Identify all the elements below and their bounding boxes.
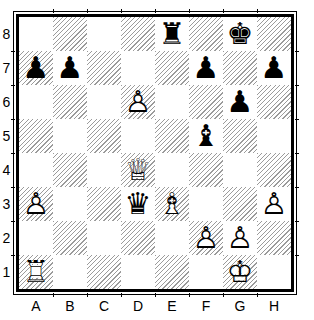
square-h5[interactable] — [257, 119, 291, 153]
white-pawn-icon: ♙ — [121, 85, 155, 119]
black-pawn-icon: ♟ — [19, 51, 53, 85]
white-pawn-icon: ♙ — [189, 221, 223, 255]
piece-black-pawn[interactable]: ♟ — [189, 51, 223, 85]
border-tick-mark — [87, 9, 88, 13]
black-pawn-icon: ♟ — [53, 51, 87, 85]
square-a4[interactable] — [19, 153, 53, 187]
square-g2[interactable]: ♟♙ — [223, 221, 257, 255]
square-a3[interactable]: ♟♙ — [19, 187, 53, 221]
piece-white-pawn[interactable]: ♟♙ — [19, 187, 53, 221]
square-f6[interactable] — [189, 85, 223, 119]
square-f3[interactable] — [189, 187, 223, 221]
square-c3[interactable] — [87, 187, 121, 221]
square-b1[interactable] — [53, 255, 87, 289]
square-g3[interactable] — [223, 187, 257, 221]
white-bishop-icon: ♗ — [155, 187, 189, 221]
square-h7[interactable]: ♟ — [257, 51, 291, 85]
square-a8[interactable] — [19, 17, 53, 51]
square-g7[interactable] — [223, 51, 257, 85]
piece-white-pawn[interactable]: ♟♙ — [121, 85, 155, 119]
white-queen-icon: ♕ — [121, 153, 155, 187]
square-c1[interactable] — [87, 255, 121, 289]
square-c2[interactable] — [87, 221, 121, 255]
piece-white-pawn[interactable]: ♟♙ — [257, 187, 291, 221]
square-b2[interactable] — [53, 221, 87, 255]
square-e6[interactable] — [155, 85, 189, 119]
square-e8[interactable]: ♜ — [155, 17, 189, 51]
square-a6[interactable] — [19, 85, 53, 119]
border-tick-mark — [295, 51, 299, 52]
square-f7[interactable]: ♟ — [189, 51, 223, 85]
square-b4[interactable] — [53, 153, 87, 187]
border-tick-mark — [189, 9, 190, 13]
border-tick-mark — [53, 293, 54, 297]
piece-white-queen[interactable]: ♛♕ — [121, 153, 155, 187]
black-queen-icon: ♛ — [121, 187, 155, 221]
square-c7[interactable] — [87, 51, 121, 85]
piece-black-pawn[interactable]: ♟ — [19, 51, 53, 85]
piece-white-bishop[interactable]: ♝♗ — [155, 187, 189, 221]
square-b7[interactable]: ♟ — [53, 51, 87, 85]
square-b3[interactable] — [53, 187, 87, 221]
square-h1[interactable] — [257, 255, 291, 289]
square-b5[interactable] — [53, 119, 87, 153]
border-tick-mark — [155, 9, 156, 13]
border-tick-mark — [295, 255, 299, 256]
white-pawn-icon: ♙ — [257, 187, 291, 221]
square-b6[interactable] — [53, 85, 87, 119]
chess-board: ♜♚♟♟♟♟♟♙♟♝♛♕♟♙♛♝♗♟♙♟♙♟♙♜♖♚♔ — [19, 17, 291, 289]
square-h6[interactable] — [257, 85, 291, 119]
piece-black-bishop[interactable]: ♝ — [189, 119, 223, 153]
piece-black-rook[interactable]: ♜ — [155, 17, 189, 51]
file-label-g: G — [223, 298, 257, 314]
square-g8[interactable]: ♚ — [223, 17, 257, 51]
square-f2[interactable]: ♟♙ — [189, 221, 223, 255]
square-g6[interactable]: ♟ — [223, 85, 257, 119]
square-d8[interactable] — [121, 17, 155, 51]
file-label-d: D — [121, 298, 155, 314]
square-e7[interactable] — [155, 51, 189, 85]
rank-label-7: 7 — [0, 51, 13, 85]
white-pawn-icon: ♙ — [19, 187, 53, 221]
border-tick-mark — [223, 9, 224, 13]
border-tick-mark — [155, 293, 156, 297]
border-tick-mark — [295, 153, 299, 154]
square-g4[interactable] — [223, 153, 257, 187]
square-d6[interactable]: ♟♙ — [121, 85, 155, 119]
border-tick-mark — [295, 187, 299, 188]
square-g1[interactable]: ♚♔ — [223, 255, 257, 289]
square-f4[interactable] — [189, 153, 223, 187]
file-label-e: E — [155, 298, 189, 314]
file-label-b: B — [53, 298, 87, 314]
black-pawn-icon: ♟ — [189, 51, 223, 85]
border-tick-mark — [295, 119, 299, 120]
square-f1[interactable] — [189, 255, 223, 289]
square-c8[interactable] — [87, 17, 121, 51]
piece-white-pawn[interactable]: ♟♙ — [223, 221, 257, 255]
border-tick-mark — [87, 293, 88, 297]
square-a1[interactable]: ♜♖ — [19, 255, 53, 289]
black-rook-icon: ♜ — [155, 17, 189, 51]
square-e5[interactable] — [155, 119, 189, 153]
piece-black-pawn[interactable]: ♟ — [223, 85, 257, 119]
square-f5[interactable]: ♝ — [189, 119, 223, 153]
piece-black-queen[interactable]: ♛ — [121, 187, 155, 221]
board-inner-frame: ♜♚♟♟♟♟♟♙♟♝♛♕♟♙♛♝♗♟♙♟♙♟♙♜♖♚♔ — [16, 14, 294, 292]
square-h8[interactable] — [257, 17, 291, 51]
piece-black-pawn[interactable]: ♟ — [257, 51, 291, 85]
piece-black-pawn[interactable]: ♟ — [53, 51, 87, 85]
black-pawn-icon: ♟ — [257, 51, 291, 85]
border-tick-mark — [53, 9, 54, 13]
piece-white-pawn[interactable]: ♟♙ — [189, 221, 223, 255]
border-tick-mark — [257, 9, 258, 13]
rank-label-4: 4 — [0, 153, 13, 187]
chess-diagram-page: { "game": "chess", "position": { "fen": … — [0, 0, 314, 320]
square-h4[interactable] — [257, 153, 291, 187]
square-a2[interactable] — [19, 221, 53, 255]
white-pawn-icon: ♙ — [223, 221, 257, 255]
border-tick-mark — [121, 293, 122, 297]
square-c6[interactable] — [87, 85, 121, 119]
piece-black-king[interactable]: ♚ — [223, 17, 257, 51]
square-e2[interactable] — [155, 221, 189, 255]
square-d4[interactable]: ♛♕ — [121, 153, 155, 187]
square-d2[interactable] — [121, 221, 155, 255]
black-pawn-icon: ♟ — [223, 85, 257, 119]
rank-label-1: 1 — [0, 255, 13, 289]
piece-white-rook[interactable]: ♜♖ — [19, 255, 53, 289]
border-tick-mark — [257, 293, 258, 297]
square-d1[interactable] — [121, 255, 155, 289]
square-g5[interactable] — [223, 119, 257, 153]
border-tick-mark — [189, 293, 190, 297]
black-bishop-icon: ♝ — [189, 119, 223, 153]
square-a7[interactable]: ♟ — [19, 51, 53, 85]
rank-label-6: 6 — [0, 85, 13, 119]
square-b8[interactable] — [53, 17, 87, 51]
square-h3[interactable]: ♟♙ — [257, 187, 291, 221]
piece-white-king[interactable]: ♚♔ — [223, 255, 257, 289]
square-a5[interactable] — [19, 119, 53, 153]
square-e1[interactable] — [155, 255, 189, 289]
square-c4[interactable] — [87, 153, 121, 187]
square-h2[interactable] — [257, 221, 291, 255]
file-label-f: F — [189, 298, 223, 314]
border-tick-mark — [121, 9, 122, 13]
board-frame: ♜♚♟♟♟♟♟♙♟♝♛♕♟♙♛♝♗♟♙♟♙♟♙♜♖♚♔ — [13, 11, 297, 295]
square-f8[interactable] — [189, 17, 223, 51]
file-label-c: C — [87, 298, 121, 314]
file-label-a: A — [19, 298, 53, 314]
rank-label-8: 8 — [0, 17, 13, 51]
border-tick-mark — [295, 221, 299, 222]
square-e4[interactable] — [155, 153, 189, 187]
rank-label-3: 3 — [0, 187, 13, 221]
white-rook-icon: ♖ — [19, 255, 53, 289]
file-label-h: H — [257, 298, 291, 314]
border-tick-mark — [295, 85, 299, 86]
border-tick-mark — [223, 293, 224, 297]
square-d7[interactable] — [121, 51, 155, 85]
square-d5[interactable] — [121, 119, 155, 153]
rank-label-5: 5 — [0, 119, 13, 153]
rank-label-2: 2 — [0, 221, 13, 255]
square-c5[interactable] — [87, 119, 121, 153]
square-d3[interactable]: ♛ — [121, 187, 155, 221]
black-king-icon: ♚ — [223, 17, 257, 51]
white-king-icon: ♔ — [223, 255, 257, 289]
square-e3[interactable]: ♝♗ — [155, 187, 189, 221]
